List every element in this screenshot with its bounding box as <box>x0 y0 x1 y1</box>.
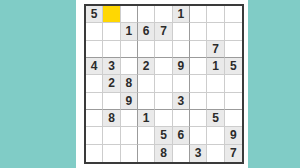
cell-r1c7[interactable] <box>190 6 207 23</box>
cell-r8c8[interactable] <box>207 127 224 144</box>
cell-r7c7[interactable] <box>190 110 207 127</box>
cell-r8c4[interactable] <box>138 127 155 144</box>
cell-r6c9[interactable] <box>225 93 242 110</box>
cell-r9c2[interactable] <box>103 145 120 162</box>
cell-r3c7[interactable] <box>190 41 207 58</box>
cell-r1c3[interactable] <box>121 6 138 23</box>
cell-r8c6[interactable]: 6 <box>173 127 190 144</box>
cell-r1c5[interactable] <box>155 6 172 23</box>
cell-r7c8[interactable]: 5 <box>207 110 224 127</box>
cell-r9c5[interactable]: 8 <box>155 145 172 162</box>
cell-r8c2[interactable] <box>103 127 120 144</box>
cell-r7c9[interactable] <box>225 110 242 127</box>
cell-r5c8[interactable] <box>207 75 224 92</box>
cell-r4c5[interactable] <box>155 58 172 75</box>
cell-r3c2[interactable] <box>103 41 120 58</box>
cell-r8c7[interactable] <box>190 127 207 144</box>
cell-r7c1[interactable] <box>86 110 103 127</box>
cell-r2c9[interactable] <box>225 23 242 40</box>
cell-r6c8[interactable] <box>207 93 224 110</box>
app-background: { "game": "sudoku", "board": { "size": 9… <box>0 0 300 168</box>
cell-r5c4[interactable] <box>138 75 155 92</box>
cell-r6c5[interactable] <box>155 93 172 110</box>
cell-r2c8[interactable] <box>207 23 224 40</box>
cell-r3c6[interactable] <box>173 41 190 58</box>
cell-r9c3[interactable] <box>121 145 138 162</box>
cell-r4c9[interactable]: 5 <box>225 58 242 75</box>
cell-r6c2[interactable] <box>103 93 120 110</box>
cell-r4c8[interactable]: 1 <box>207 58 224 75</box>
cell-r2c3[interactable]: 1 <box>121 23 138 40</box>
cell-r4c7[interactable] <box>190 58 207 75</box>
cell-r8c5[interactable]: 5 <box>155 127 172 144</box>
cell-r1c8[interactable] <box>207 6 224 23</box>
cell-r5c5[interactable] <box>155 75 172 92</box>
cell-r6c1[interactable] <box>86 93 103 110</box>
cell-r9c4[interactable] <box>138 145 155 162</box>
cell-r2c7[interactable] <box>190 23 207 40</box>
cell-r7c3[interactable] <box>121 110 138 127</box>
cell-r2c5[interactable]: 7 <box>155 23 172 40</box>
cell-r9c1[interactable] <box>86 145 103 162</box>
cell-r3c8[interactable]: 7 <box>207 41 224 58</box>
sudoku-board: 5116774329152893815569837 <box>84 4 244 164</box>
cell-r6c3[interactable]: 9 <box>121 93 138 110</box>
cell-r4c3[interactable] <box>121 58 138 75</box>
cell-r2c1[interactable] <box>86 23 103 40</box>
cell-r7c6[interactable] <box>173 110 190 127</box>
cell-r5c1[interactable] <box>86 75 103 92</box>
cell-r9c9[interactable]: 7 <box>225 145 242 162</box>
cell-r3c4[interactable] <box>138 41 155 58</box>
cell-r7c2[interactable]: 8 <box>103 110 120 127</box>
cell-r5c2[interactable]: 2 <box>103 75 120 92</box>
cell-r1c9[interactable] <box>225 6 242 23</box>
cell-r1c6[interactable]: 1 <box>173 6 190 23</box>
cell-r5c3[interactable]: 8 <box>121 75 138 92</box>
cell-r4c4[interactable]: 2 <box>138 58 155 75</box>
cell-r8c3[interactable] <box>121 127 138 144</box>
cell-r3c1[interactable] <box>86 41 103 58</box>
cell-r2c6[interactable] <box>173 23 190 40</box>
cell-r8c9[interactable]: 9 <box>225 127 242 144</box>
cell-r1c2[interactable] <box>103 6 120 23</box>
cell-r9c8[interactable] <box>207 145 224 162</box>
cell-r6c6[interactable]: 3 <box>173 93 190 110</box>
cell-r9c6[interactable] <box>173 145 190 162</box>
cell-r6c7[interactable] <box>190 93 207 110</box>
cell-r7c5[interactable] <box>155 110 172 127</box>
cell-r4c2[interactable]: 3 <box>103 58 120 75</box>
cell-r4c6[interactable]: 9 <box>173 58 190 75</box>
cell-r7c4[interactable]: 1 <box>138 110 155 127</box>
cell-r9c7[interactable]: 3 <box>190 145 207 162</box>
cell-r3c9[interactable] <box>225 41 242 58</box>
cell-r5c7[interactable] <box>190 75 207 92</box>
cell-r5c9[interactable] <box>225 75 242 92</box>
cell-r8c1[interactable] <box>86 127 103 144</box>
cell-r5c6[interactable] <box>173 75 190 92</box>
cell-r6c4[interactable] <box>138 93 155 110</box>
cell-r4c1[interactable]: 4 <box>86 58 103 75</box>
cell-r1c4[interactable] <box>138 6 155 23</box>
cell-r3c3[interactable] <box>121 41 138 58</box>
cell-r3c5[interactable] <box>155 41 172 58</box>
cell-r2c2[interactable] <box>103 23 120 40</box>
cell-r2c4[interactable]: 6 <box>138 23 155 40</box>
cell-r1c1[interactable]: 5 <box>86 6 103 23</box>
